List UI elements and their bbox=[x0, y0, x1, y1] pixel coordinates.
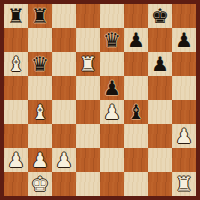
square-h5[interactable] bbox=[172, 76, 196, 100]
chess-board-frame: ♜♜♚♛♟♟♝♛♜♟♟♝♟♝♟♟♟♟♚♜ bbox=[0, 0, 200, 200]
square-c1[interactable] bbox=[52, 172, 76, 196]
square-d6[interactable]: ♜ bbox=[76, 52, 100, 76]
square-h3[interactable]: ♟ bbox=[172, 124, 196, 148]
square-e8[interactable] bbox=[100, 4, 124, 28]
square-e3[interactable] bbox=[100, 124, 124, 148]
square-b3[interactable] bbox=[28, 124, 52, 148]
black-queen[interactable]: ♛ bbox=[100, 28, 124, 52]
black-pawn[interactable]: ♟ bbox=[100, 76, 124, 100]
square-g3[interactable] bbox=[148, 124, 172, 148]
square-f5[interactable] bbox=[124, 76, 148, 100]
square-f6[interactable] bbox=[124, 52, 148, 76]
square-b8[interactable]: ♜ bbox=[28, 4, 52, 28]
square-c4[interactable] bbox=[52, 100, 76, 124]
square-d3[interactable] bbox=[76, 124, 100, 148]
black-rook[interactable]: ♜ bbox=[4, 4, 28, 28]
square-f4[interactable]: ♝ bbox=[124, 100, 148, 124]
square-a1[interactable] bbox=[4, 172, 28, 196]
square-a3[interactable] bbox=[4, 124, 28, 148]
square-h1[interactable]: ♜ bbox=[172, 172, 196, 196]
square-a5[interactable] bbox=[4, 76, 28, 100]
square-f3[interactable] bbox=[124, 124, 148, 148]
black-bishop[interactable]: ♝ bbox=[124, 100, 148, 124]
white-bishop[interactable]: ♝ bbox=[28, 100, 52, 124]
square-f8[interactable] bbox=[124, 4, 148, 28]
square-f1[interactable] bbox=[124, 172, 148, 196]
square-f2[interactable] bbox=[124, 148, 148, 172]
black-rook[interactable]: ♜ bbox=[28, 4, 52, 28]
black-pawn[interactable]: ♟ bbox=[124, 28, 148, 52]
square-c2[interactable]: ♟ bbox=[52, 148, 76, 172]
square-g8[interactable]: ♚ bbox=[148, 4, 172, 28]
square-g7[interactable] bbox=[148, 28, 172, 52]
square-b1[interactable]: ♚ bbox=[28, 172, 52, 196]
white-rook[interactable]: ♜ bbox=[172, 172, 196, 196]
square-g4[interactable] bbox=[148, 100, 172, 124]
square-d8[interactable] bbox=[76, 4, 100, 28]
black-queen[interactable]: ♛ bbox=[28, 52, 52, 76]
white-pawn[interactable]: ♟ bbox=[28, 148, 52, 172]
chess-board: ♜♜♚♛♟♟♝♛♜♟♟♝♟♝♟♟♟♟♚♜ bbox=[4, 4, 196, 196]
black-pawn[interactable]: ♟ bbox=[148, 52, 172, 76]
square-h7[interactable]: ♟ bbox=[172, 28, 196, 52]
white-pawn[interactable]: ♟ bbox=[172, 124, 196, 148]
square-b2[interactable]: ♟ bbox=[28, 148, 52, 172]
square-b7[interactable] bbox=[28, 28, 52, 52]
square-d4[interactable] bbox=[76, 100, 100, 124]
square-h2[interactable] bbox=[172, 148, 196, 172]
square-e2[interactable] bbox=[100, 148, 124, 172]
square-h8[interactable] bbox=[172, 4, 196, 28]
square-c7[interactable] bbox=[52, 28, 76, 52]
square-a2[interactable]: ♟ bbox=[4, 148, 28, 172]
white-pawn[interactable]: ♟ bbox=[4, 148, 28, 172]
square-a4[interactable] bbox=[4, 100, 28, 124]
square-g1[interactable] bbox=[148, 172, 172, 196]
square-c5[interactable] bbox=[52, 76, 76, 100]
square-b5[interactable] bbox=[28, 76, 52, 100]
square-e4[interactable]: ♟ bbox=[100, 100, 124, 124]
square-g6[interactable]: ♟ bbox=[148, 52, 172, 76]
square-g5[interactable] bbox=[148, 76, 172, 100]
square-f7[interactable]: ♟ bbox=[124, 28, 148, 52]
square-d2[interactable] bbox=[76, 148, 100, 172]
square-c3[interactable] bbox=[52, 124, 76, 148]
square-c8[interactable] bbox=[52, 4, 76, 28]
square-d5[interactable] bbox=[76, 76, 100, 100]
square-e6[interactable] bbox=[100, 52, 124, 76]
black-pawn[interactable]: ♟ bbox=[172, 28, 196, 52]
square-a8[interactable]: ♜ bbox=[4, 4, 28, 28]
white-king[interactable]: ♚ bbox=[28, 172, 52, 196]
black-king[interactable]: ♚ bbox=[148, 4, 172, 28]
square-c6[interactable] bbox=[52, 52, 76, 76]
square-a7[interactable] bbox=[4, 28, 28, 52]
white-rook[interactable]: ♜ bbox=[76, 52, 100, 76]
square-b4[interactable]: ♝ bbox=[28, 100, 52, 124]
white-bishop[interactable]: ♝ bbox=[4, 52, 28, 76]
square-h4[interactable] bbox=[172, 100, 196, 124]
square-e5[interactable]: ♟ bbox=[100, 76, 124, 100]
square-b6[interactable]: ♛ bbox=[28, 52, 52, 76]
square-d1[interactable] bbox=[76, 172, 100, 196]
square-a6[interactable]: ♝ bbox=[4, 52, 28, 76]
square-g2[interactable] bbox=[148, 148, 172, 172]
square-e7[interactable]: ♛ bbox=[100, 28, 124, 52]
square-h6[interactable] bbox=[172, 52, 196, 76]
white-pawn[interactable]: ♟ bbox=[100, 100, 124, 124]
white-pawn[interactable]: ♟ bbox=[52, 148, 76, 172]
square-e1[interactable] bbox=[100, 172, 124, 196]
square-d7[interactable] bbox=[76, 28, 100, 52]
